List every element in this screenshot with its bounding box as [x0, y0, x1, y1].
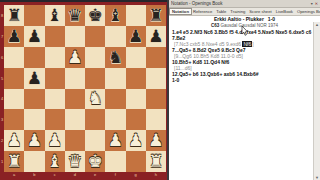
square-h7[interactable]: ♟ [146, 26, 166, 47]
square-a6[interactable] [4, 47, 24, 68]
white-pawn[interactable]: ♟ [47, 132, 62, 149]
file-label-h: h [146, 171, 166, 178]
scroll-up-icon[interactable]: ▲ [315, 22, 319, 27]
square-b5[interactable]: ♟ [24, 68, 44, 89]
file-label-c: c [45, 171, 65, 178]
square-c4[interactable] [45, 89, 65, 110]
square-g3[interactable] [126, 109, 146, 130]
file-labels: abcdefgh [4, 171, 166, 178]
square-d5[interactable] [65, 68, 85, 89]
square-h1[interactable]: ♜ [146, 151, 166, 172]
tab-bar: NotationReferenceTableTrainingScore shee… [169, 8, 320, 16]
mouse-cursor-icon [241, 22, 248, 40]
file-label-b: b [24, 171, 44, 178]
square-h4[interactable] [146, 89, 166, 110]
board-panel: 87654321 ♜♝♛♚♝♜♟♟♟♟♟♞♟♞♟♟♟♟♟♟♜♝♛♚♜ abcde… [0, 0, 167, 180]
move-text[interactable]: 1-0 [172, 77, 179, 83]
file-label-f: f [105, 171, 125, 178]
black-rook[interactable]: ♜ [148, 7, 163, 24]
square-b7[interactable]: ♟ [24, 26, 44, 47]
white-pawn[interactable]: ♟ [67, 49, 82, 66]
black-pawn[interactable]: ♟ [148, 28, 163, 45]
square-b4[interactable] [24, 89, 44, 110]
black-pawn[interactable]: ♟ [27, 28, 42, 45]
square-a5[interactable] [4, 68, 24, 89]
square-f6[interactable]: ♞ [105, 47, 125, 68]
square-g8[interactable] [126, 5, 146, 26]
square-d6[interactable]: ♟ [65, 47, 85, 68]
square-c5[interactable] [45, 68, 65, 89]
square-g1[interactable] [126, 151, 146, 172]
white-rook[interactable]: ♜ [148, 153, 163, 170]
square-f7[interactable] [105, 26, 125, 47]
square-f1[interactable] [105, 151, 125, 172]
black-king[interactable]: ♚ [88, 7, 103, 24]
window-edge-strip [0, 0, 167, 2]
close-icon[interactable]: ✕ [315, 2, 318, 6]
square-b8[interactable] [24, 5, 44, 26]
square-a1[interactable]: ♜ [4, 151, 24, 172]
white-knight[interactable]: ♞ [88, 90, 103, 107]
window-title: Notation - Openings Book [171, 1, 309, 6]
square-d2[interactable] [65, 130, 85, 151]
white-pawn[interactable]: ♟ [27, 132, 42, 149]
square-h6[interactable] [146, 47, 166, 68]
square-e5[interactable] [85, 68, 105, 89]
square-e1[interactable]: ♚ [85, 151, 105, 172]
square-c3[interactable] [45, 109, 65, 130]
move-text[interactable]: 12.Qa5+ b6 13.Qxb6+ axb6 14.Bxb6# [172, 71, 258, 77]
file-label-g: g [126, 171, 146, 178]
square-f8[interactable]: ♝ [105, 5, 125, 26]
tab-livebook[interactable]: LiveBook [274, 9, 295, 14]
square-e7[interactable] [85, 26, 105, 47]
square-d7[interactable] [65, 26, 85, 47]
file-label-d: d [65, 171, 85, 178]
notation-scrollbar[interactable]: ▲ ▼ [313, 22, 320, 180]
square-a7[interactable]: ♟ [4, 26, 24, 47]
square-g5[interactable] [126, 68, 146, 89]
square-b3[interactable] [24, 109, 44, 130]
square-c1[interactable]: ♝ [45, 151, 65, 172]
eco-code: C63 [211, 23, 221, 28]
square-e2[interactable] [85, 130, 105, 151]
square-h3[interactable] [146, 109, 166, 130]
tab-score-sheet[interactable]: Score sheet [247, 9, 273, 14]
notation-panel: Notation - Openings Book ▾ ✕ NotationRef… [169, 0, 320, 180]
black-knight[interactable]: ♞ [108, 49, 123, 66]
square-a4[interactable] [4, 89, 24, 110]
white-queen[interactable]: ♛ [67, 153, 82, 170]
square-g7[interactable]: ♟ [126, 26, 146, 47]
square-d3[interactable] [65, 109, 85, 130]
square-d4[interactable] [65, 89, 85, 110]
square-h5[interactable] [146, 68, 166, 89]
square-g4[interactable] [126, 89, 146, 110]
black-queen[interactable]: ♛ [67, 7, 82, 24]
tab-table[interactable]: Table [214, 9, 228, 14]
tab-reference[interactable]: Reference [191, 9, 214, 14]
square-e4[interactable]: ♞ [85, 89, 105, 110]
square-e6[interactable] [85, 47, 105, 68]
file-label-a: a [4, 171, 24, 178]
header-result: 1-0 [268, 16, 275, 22]
square-c8[interactable]: ♝ [45, 5, 65, 26]
white-rook[interactable]: ♜ [7, 153, 22, 170]
black-bishop[interactable]: ♝ [108, 7, 123, 24]
square-d8[interactable]: ♛ [65, 5, 85, 26]
black-pawn[interactable]: ♟ [27, 70, 42, 87]
chess-board[interactable]: ♜♝♛♚♝♜♟♟♟♟♟♞♟♞♟♟♟♟♟♟♜♝♛♚♜ [4, 5, 166, 172]
square-b1[interactable] [24, 151, 44, 172]
square-e3[interactable] [85, 109, 105, 130]
square-f2[interactable]: ♟ [105, 130, 125, 151]
tab-openings-book[interactable]: Openings Book [295, 9, 320, 14]
black-rook[interactable]: ♜ [7, 7, 22, 24]
square-f4[interactable] [105, 89, 125, 110]
square-b2[interactable]: ♟ [24, 130, 44, 151]
square-g2[interactable]: ♟ [126, 130, 146, 151]
black-pawn[interactable]: ♟ [128, 28, 143, 45]
white-pawn[interactable]: ♟ [128, 132, 143, 149]
tab-training[interactable]: Training [228, 9, 247, 14]
square-h8[interactable]: ♜ [146, 5, 166, 26]
file-label-e: e [85, 171, 105, 178]
square-c7[interactable] [45, 26, 65, 47]
square-f3[interactable] [105, 109, 125, 130]
tab-notation[interactable]: Notation [170, 9, 191, 14]
move-text[interactable]: ] [252, 41, 253, 47]
white-pawn[interactable]: ♟ [148, 132, 163, 149]
square-d1[interactable]: ♛ [65, 151, 85, 172]
square-f5[interactable] [105, 68, 125, 89]
window-titlebar: Notation - Openings Book ▾ ✕ [169, 0, 320, 8]
white-king[interactable]: ♚ [88, 153, 103, 170]
black-pawn[interactable]: ♟ [7, 28, 22, 45]
square-b6[interactable] [24, 47, 44, 68]
square-c6[interactable] [45, 47, 65, 68]
square-g6[interactable] [126, 47, 146, 68]
white-pawn[interactable]: ♟ [7, 132, 22, 149]
square-c2[interactable]: ♟ [45, 130, 65, 151]
menu-dropdown-icon[interactable]: ▾ [311, 2, 313, 6]
square-h2[interactable]: ♟ [146, 130, 166, 151]
white-pawn[interactable]: ♟ [108, 132, 123, 149]
square-a2[interactable]: ♟ [4, 130, 24, 151]
game-result[interactable]: 1-0 [172, 77, 318, 83]
square-a8[interactable]: ♜ [4, 5, 24, 26]
scroll-down-icon[interactable]: ▼ [315, 175, 319, 180]
square-a3[interactable] [4, 109, 24, 130]
event-name: Gausdal Gausdal NOR 1974 [221, 23, 278, 28]
black-bishop[interactable]: ♝ [47, 7, 62, 24]
white-bishop[interactable]: ♝ [47, 153, 62, 170]
square-e8[interactable]: ♚ [85, 5, 105, 26]
